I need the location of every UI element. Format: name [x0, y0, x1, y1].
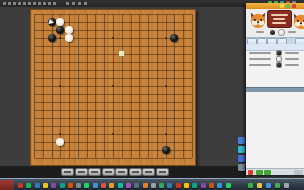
star-point — [112, 85, 114, 87]
taskbar-app-icon[interactable] — [93, 183, 98, 188]
black-stone-indicator — [270, 30, 275, 35]
white-stone-indicator — [279, 30, 284, 35]
taskbar — [0, 178, 304, 190]
white-stone[interactable] — [65, 34, 73, 42]
window-control-button[interactable] — [280, 4, 284, 8]
window-control-button[interactable] — [286, 4, 290, 8]
players-panel — [246, 9, 304, 37]
black-stone-icon — [277, 51, 281, 55]
desktop-shortcut-icon[interactable] — [238, 146, 245, 153]
rules-text-line — [272, 22, 286, 24]
star-point — [112, 133, 114, 135]
toolbar-glyph[interactable] — [33, 2, 36, 5]
white-stone[interactable] — [56, 138, 64, 146]
window-action-button[interactable] — [264, 170, 271, 175]
board-intersection[interactable] — [65, 34, 74, 42]
move-list-row[interactable] — [246, 56, 304, 61]
taskbar-app-icon[interactable] — [134, 183, 139, 188]
board-cells[interactable] — [30, 10, 197, 162]
toolbar-glyph[interactable] — [3, 2, 6, 5]
toolbar-glyph[interactable] — [38, 2, 41, 5]
rules-text-line — [273, 18, 285, 20]
taskbar-app-icon[interactable] — [151, 183, 156, 188]
toolbar-glyph[interactable] — [23, 2, 26, 5]
desktop-shortcut-icon[interactable] — [238, 164, 245, 171]
toolbar-glyph[interactable] — [78, 2, 81, 5]
black-stone[interactable] — [48, 34, 56, 42]
toolbar-glyph[interactable] — [53, 2, 56, 5]
tray-icon[interactable] — [284, 183, 289, 188]
white-stone-icon — [277, 57, 281, 61]
toolbar-glyph[interactable] — [28, 2, 31, 5]
star-point — [112, 37, 114, 39]
desktop-shortcut-icon[interactable] — [238, 137, 245, 144]
start-button[interactable] — [0, 180, 14, 190]
taskbar-app-icon[interactable] — [126, 183, 131, 188]
taskbar-app-icon[interactable] — [76, 183, 81, 188]
move-list-row[interactable] — [246, 50, 304, 55]
taskbar-app-icon[interactable] — [109, 183, 114, 188]
timer-text — [256, 31, 264, 33]
board-intersection[interactable] — [56, 138, 65, 146]
nav-forward[interactable] — [103, 169, 114, 175]
black-stone-icon — [277, 63, 281, 67]
star-point — [59, 133, 61, 135]
taskbar-app-icon[interactable] — [68, 183, 73, 188]
star-point — [165, 37, 167, 39]
game-rules-box — [268, 11, 291, 27]
board-panel — [0, 7, 246, 178]
taskbar-app-icon[interactable] — [159, 183, 164, 188]
timer-text — [288, 31, 296, 33]
taskbar-app-icon[interactable] — [226, 183, 231, 188]
nav-back[interactable] — [89, 169, 100, 175]
tray-icon[interactable] — [257, 183, 262, 188]
nav-back-10[interactable] — [76, 169, 87, 175]
taskbar-app-icon[interactable] — [35, 183, 40, 188]
board-intersection[interactable] — [65, 26, 74, 34]
fox-avatar-right — [292, 12, 304, 30]
nav-pass[interactable] — [143, 169, 154, 175]
nav-last[interactable] — [130, 169, 141, 175]
taskbar-app-icon[interactable] — [18, 183, 23, 188]
star-point — [165, 133, 167, 135]
taskbar-app-icon[interactable] — [51, 183, 56, 188]
toolbar-glyph[interactable] — [84, 2, 87, 5]
taskbar-app-icon[interactable] — [43, 183, 48, 188]
star-point — [165, 85, 167, 87]
star-point — [59, 37, 61, 39]
window-bottom-bar — [246, 168, 304, 175]
black-stone[interactable] — [170, 34, 178, 42]
tray-icon[interactable] — [248, 183, 253, 188]
taskbar-app-icon[interactable] — [101, 183, 106, 188]
nav-count[interactable] — [157, 169, 168, 175]
board-intersection[interactable] — [56, 18, 65, 26]
desktop-shortcut-icon[interactable] — [238, 155, 245, 162]
tray-icon[interactable] — [275, 183, 280, 188]
move-list-row[interactable] — [246, 62, 304, 67]
tray-icon[interactable] — [266, 183, 271, 188]
hover-cursor-square — [119, 51, 124, 56]
game-info-window — [246, 3, 304, 175]
nav-first[interactable] — [62, 169, 73, 175]
taskbar-app-icon[interactable] — [209, 183, 214, 188]
panel-divider[interactable] — [246, 87, 304, 92]
board-intersection[interactable] — [47, 34, 56, 42]
taskbar-app-icon[interactable] — [84, 183, 89, 188]
go-board[interactable] — [30, 9, 196, 166]
taskbar-app-icon[interactable] — [60, 183, 65, 188]
taskbar-app-icon[interactable] — [118, 183, 123, 188]
star-point — [59, 85, 61, 87]
toolbar-glyph[interactable] — [18, 2, 21, 5]
white-stone[interactable] — [56, 18, 64, 26]
taskbar-app-icon[interactable] — [192, 183, 197, 188]
screen — [0, 0, 304, 190]
board-intersection[interactable] — [170, 34, 179, 42]
board-intersection[interactable] — [47, 18, 56, 26]
taskbar-app-icon[interactable] — [143, 183, 148, 188]
board-intersection[interactable] — [161, 146, 170, 154]
window-control-button[interactable] — [292, 4, 296, 8]
black-stone[interactable] — [162, 146, 170, 154]
black-stone[interactable] — [56, 26, 64, 34]
window-action-button[interactable] — [294, 170, 303, 175]
move-navigation-bar — [0, 166, 246, 178]
toolbar-glyph[interactable] — [13, 2, 16, 5]
taskbar-app-icon[interactable] — [201, 183, 206, 188]
board-intersection[interactable] — [56, 26, 65, 34]
white-stone[interactable] — [65, 26, 73, 34]
toolbar-glyph[interactable] — [43, 2, 46, 5]
toolbar-glyph[interactable] — [72, 2, 75, 5]
window-action-button[interactable] — [256, 170, 263, 175]
taskbar-app-icon[interactable] — [217, 183, 222, 188]
nav-forward-10[interactable] — [116, 169, 127, 175]
fox-avatar-left — [249, 11, 267, 29]
taskbar-app-icon[interactable] — [26, 183, 31, 188]
rules-text-line — [271, 14, 288, 16]
window-action-button[interactable] — [248, 170, 253, 175]
toolbar-glyph[interactable] — [66, 2, 69, 5]
toolbar-glyph[interactable] — [8, 2, 11, 5]
taskbar-app-icon[interactable] — [184, 183, 189, 188]
taskbar-app-icon[interactable] — [176, 183, 181, 188]
toolbar-glyph[interactable] — [48, 2, 51, 5]
taskbar-app-icon[interactable] — [167, 183, 172, 188]
